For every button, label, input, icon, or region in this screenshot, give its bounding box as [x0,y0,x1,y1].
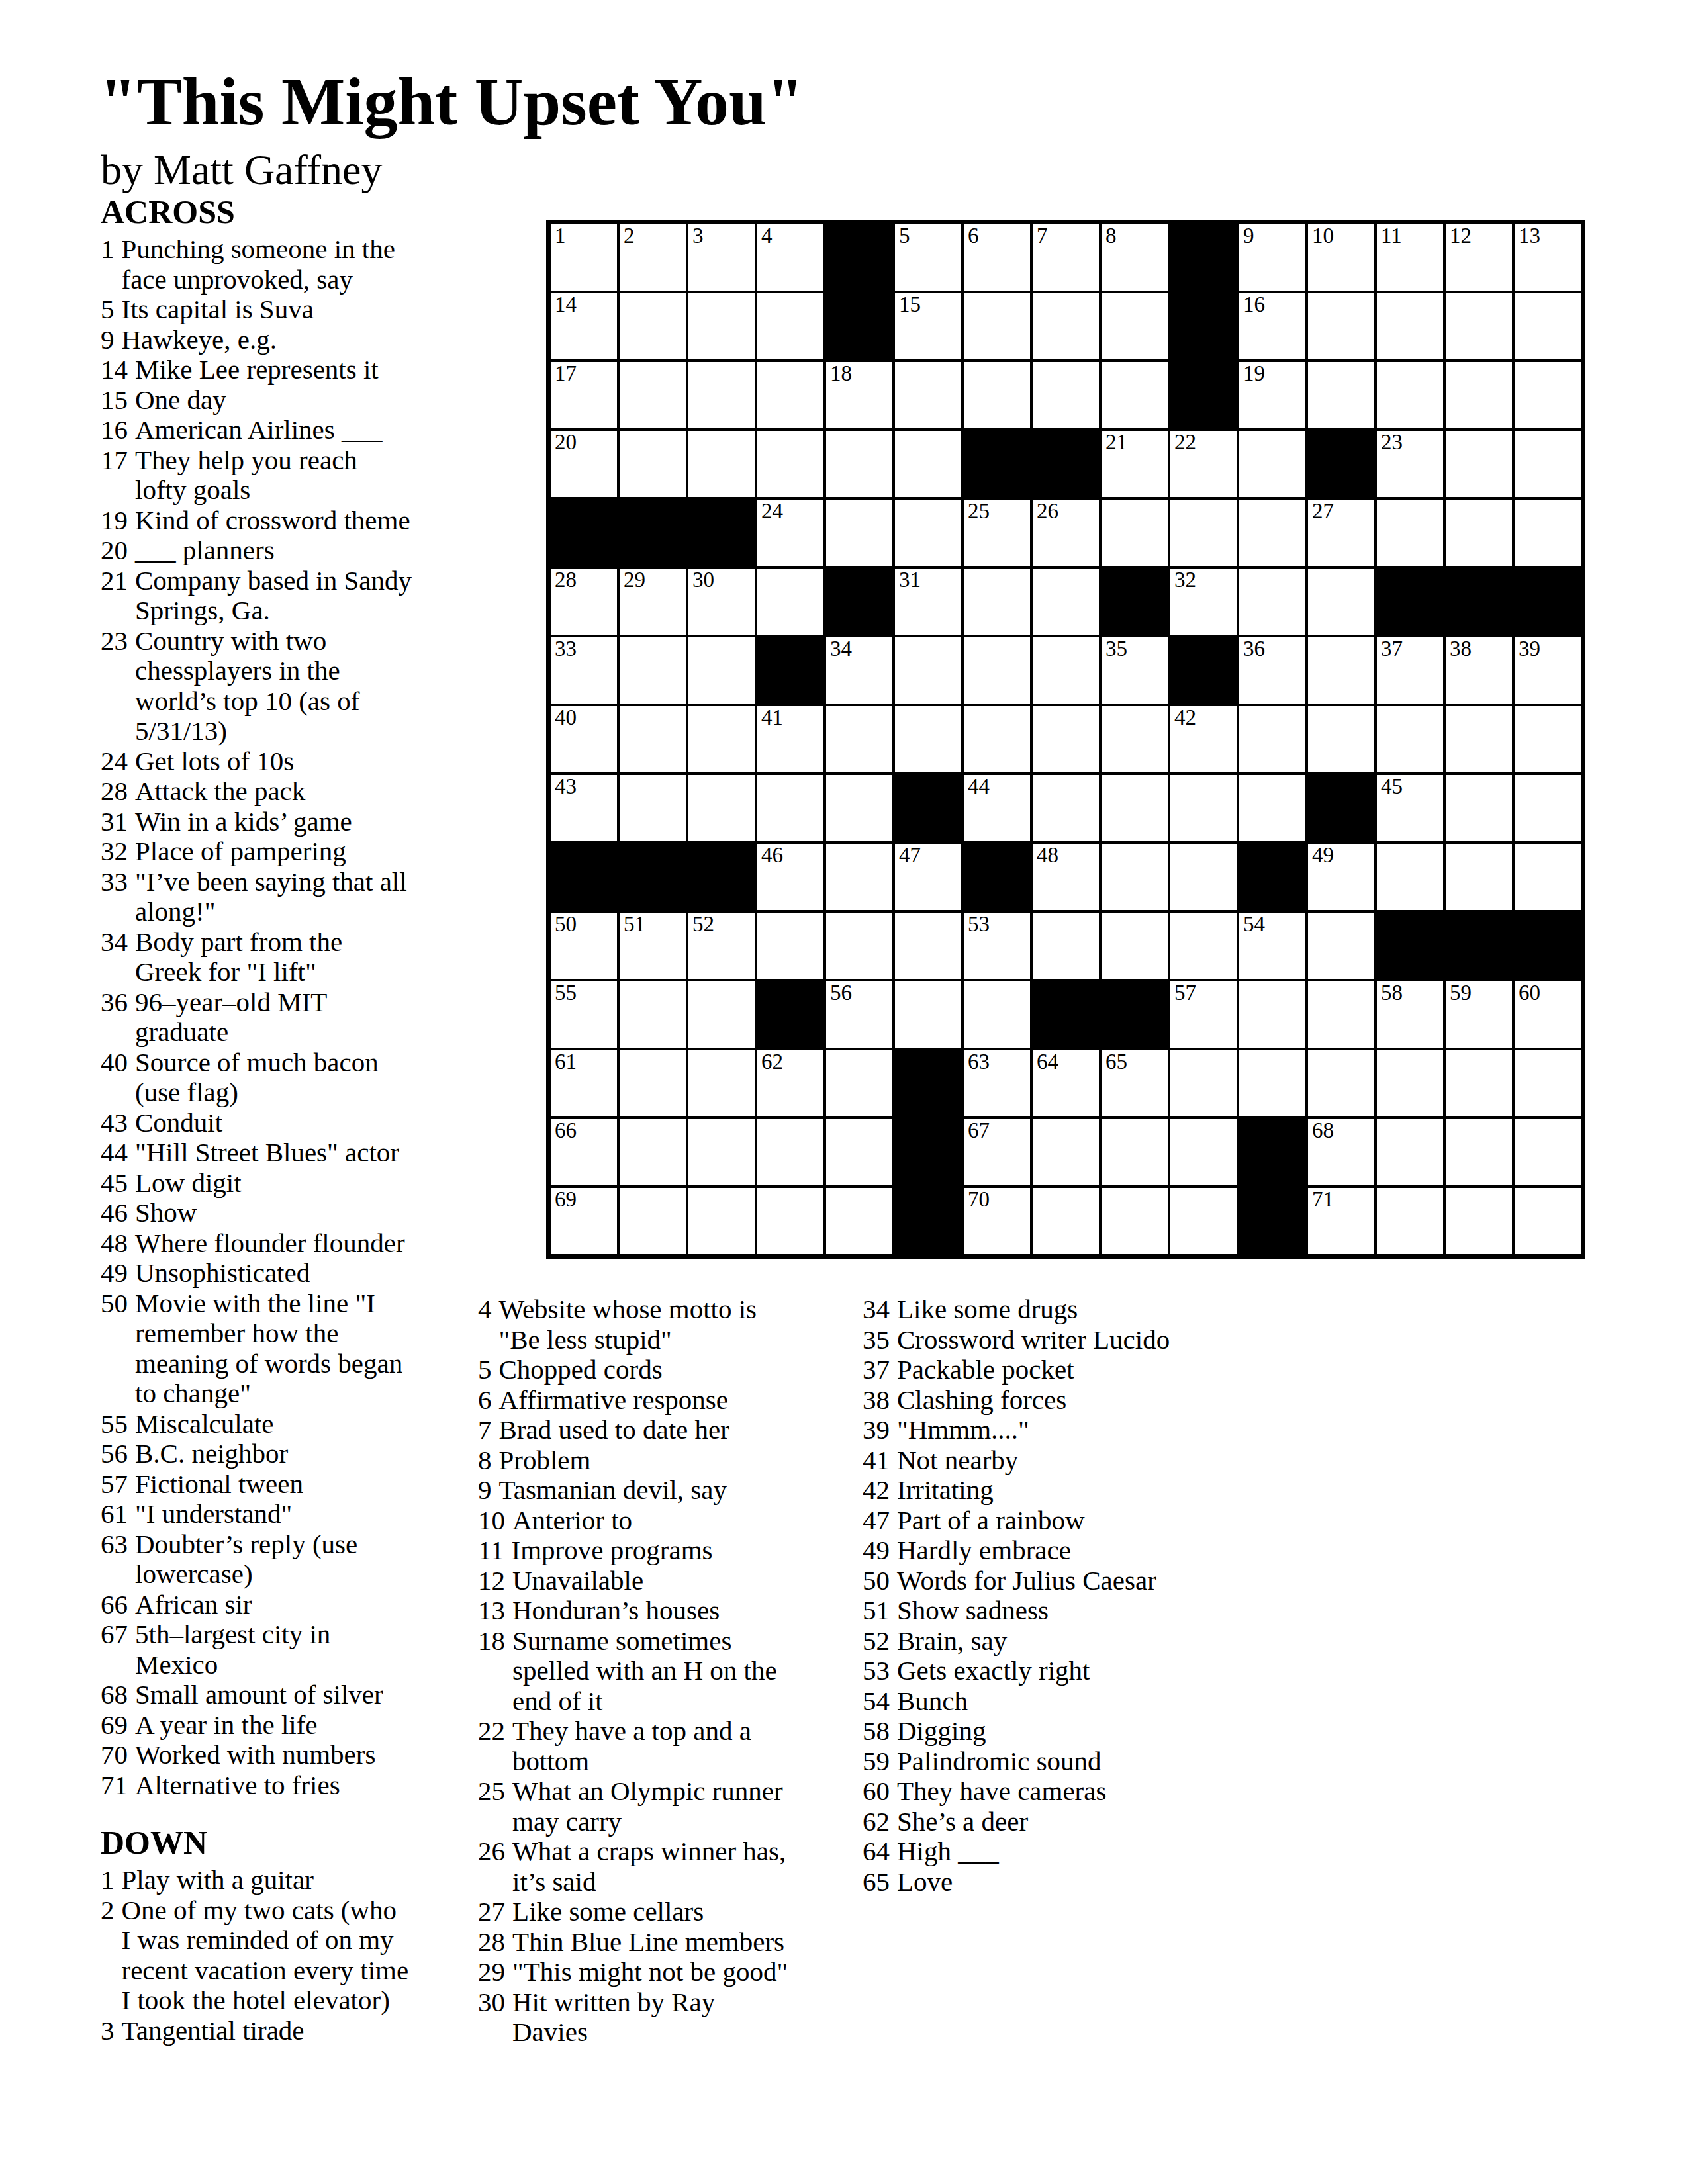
grid-cell-number: 62 [761,1051,783,1073]
grid-cell[interactable] [1377,500,1443,566]
grid-cell[interactable]: 56 [826,981,892,1048]
grid-cell[interactable]: 19 [1239,362,1305,428]
grid-cell[interactable] [1033,362,1099,428]
grid-cell-number: 63 [968,1051,990,1073]
grid-cell[interactable]: 42 [1170,706,1237,772]
grid-cell[interactable] [1102,1188,1168,1254]
grid-cell-number: 4 [761,225,773,247]
grid-cell[interactable] [1033,569,1099,635]
grid-cell[interactable] [620,1188,686,1254]
grid-cell[interactable]: 28 [551,569,617,635]
grid-cell[interactable]: 27 [1308,500,1374,566]
grid-cell[interactable]: 68 [1308,1119,1374,1185]
grid-cell[interactable] [895,706,961,772]
grid-cell[interactable]: 12 [1446,224,1512,291]
grid-cell[interactable] [1308,293,1374,359]
down-clue-number: 5 [478,1355,492,1385]
across-clue: 46Show [101,1198,518,1228]
grid-cell[interactable] [1170,913,1237,979]
grid-cell-number: 38 [1450,638,1472,660]
grid-cell[interactable]: 20 [551,431,617,497]
down-clue-text: They have cameras [897,1776,1106,1807]
grid-cell[interactable] [826,1050,892,1116]
grid-cell[interactable] [1446,775,1512,841]
grid-cell-number: 52 [692,913,714,935]
across-clue-number: 16 [101,415,128,445]
down-clue: 34Like some drugs [863,1295,1280,1325]
down-clue-text: Love [897,1867,953,1897]
grid-cell[interactable] [1170,1050,1237,1116]
grid-cell[interactable] [826,431,892,497]
across-clue-text: "I understand" [135,1499,292,1529]
grid-cell[interactable] [688,431,755,497]
grid-cell[interactable]: 17 [551,362,617,428]
grid-cell[interactable] [1033,913,1099,979]
grid-cell[interactable] [826,706,892,772]
down-clue-number: 54 [863,1686,890,1717]
grid-cell[interactable] [757,913,823,979]
grid-cell[interactable] [688,706,755,772]
grid-cell[interactable]: 57 [1170,981,1237,1048]
grid-cell[interactable]: 15 [895,293,961,359]
grid-cell[interactable] [1308,1050,1374,1116]
grid-cell[interactable]: 53 [964,913,1030,979]
grid-cell-number: 11 [1381,225,1402,247]
across-clue-number: 57 [101,1469,128,1500]
grid-block-cell [688,844,755,910]
grid-cell[interactable] [1170,1119,1237,1185]
across-clue-number: 31 [101,807,128,837]
across-clue: 34Body part from the Greek for "I lift" [101,927,518,987]
grid-cell[interactable] [620,362,686,428]
down-clue: 37Packable pocket [863,1355,1280,1385]
grid-cell[interactable] [1102,844,1168,910]
grid-cell[interactable] [620,431,686,497]
grid-cell[interactable] [1170,1188,1237,1254]
across-clue-text: One day [135,385,226,416]
across-clue: 3696–year–old MIT graduate [101,987,518,1048]
grid-block-cell [1515,569,1581,635]
grid-cell[interactable] [1239,775,1305,841]
grid-cell[interactable] [1033,1188,1099,1254]
grid-cell[interactable]: 40 [551,706,617,772]
across-clue: 50Movie with the line "I remember how th… [101,1289,518,1409]
grid-cell[interactable] [826,1119,892,1185]
down-clue: 5Chopped cords [478,1355,895,1385]
grid-cell[interactable] [620,775,686,841]
grid-cell[interactable]: 45 [1377,775,1443,841]
grid-cell[interactable]: 1 [551,224,617,291]
grid-cell[interactable] [1308,637,1374,704]
grid-cell[interactable] [1446,844,1512,910]
grid-block-cell [964,844,1030,910]
across-clue-number: 36 [101,987,128,1048]
grid-block-cell [1170,224,1237,291]
grid-cell[interactable]: 3 [688,224,755,291]
grid-cell[interactable]: 36 [1239,637,1305,704]
grid-cell-number: 26 [1037,500,1058,522]
down-clue-text: Like some cellars [512,1897,704,1927]
grid-cell-number: 5 [899,225,910,247]
grid-cell[interactable] [1308,913,1374,979]
grid-cell[interactable]: 29 [620,569,686,635]
grid-cell[interactable] [757,293,823,359]
grid-cell[interactable] [964,569,1030,635]
grid-cell[interactable] [688,775,755,841]
grid-cell[interactable] [1377,1188,1443,1254]
grid-cell[interactable] [1033,1119,1099,1185]
grid-cell-number: 24 [761,500,783,522]
grid-cell[interactable] [1515,775,1581,841]
grid-cell[interactable] [688,1050,755,1116]
across-clue-text: Kind of crossword theme [135,506,410,536]
grid-cell[interactable] [688,293,755,359]
grid-cell[interactable] [895,913,961,979]
grid-cell[interactable]: 55 [551,981,617,1048]
grid-cell[interactable] [757,1188,823,1254]
grid-cell[interactable] [826,913,892,979]
across-clue-number: 61 [101,1499,128,1529]
down-clue-text: Part of a rainbow [897,1506,1085,1536]
grid-block-cell [620,500,686,566]
grid-cell[interactable]: 63 [964,1050,1030,1116]
across-clue-number: 48 [101,1228,128,1259]
grid-cell-number: 12 [1450,225,1472,247]
grid-cell[interactable] [1515,844,1581,910]
grid-cell[interactable] [1102,706,1168,772]
grid-cell[interactable]: 2 [620,224,686,291]
grid-cell[interactable] [1446,1188,1512,1254]
across-clue-text: Miscalculate [135,1409,273,1439]
grid-cell[interactable]: 9 [1239,224,1305,291]
grid-cell[interactable]: 13 [1515,224,1581,291]
across-clue-number: 44 [101,1138,128,1168]
grid-cell[interactable]: 23 [1377,431,1443,497]
grid-block-cell [1033,981,1099,1048]
grid-cell-number: 68 [1312,1120,1334,1142]
grid-cell[interactable]: 37 [1377,637,1443,704]
down-clue-text: Gets exactly right [897,1656,1090,1686]
grid-cell[interactable] [826,500,892,566]
across-clue: 1Punching someone in the face unprovoked… [101,234,518,295]
grid-cell[interactable] [620,1050,686,1116]
down-clue: 26What a craps winner has, it’s said [478,1837,895,1897]
grid-block-cell [895,1188,961,1254]
grid-cell[interactable]: 31 [895,569,961,635]
grid-cell[interactable] [1377,362,1443,428]
grid-cell[interactable] [826,775,892,841]
grid-cell[interactable]: 34 [826,637,892,704]
grid-cell-number: 21 [1105,432,1127,453]
grid-cell[interactable]: 61 [551,1050,617,1116]
grid-cell[interactable] [1446,431,1512,497]
across-clue-text: Place of pampering [135,837,346,867]
down-clue-text: Thin Blue Line members [512,1927,784,1958]
grid-cell[interactable]: 44 [964,775,1030,841]
grid-cell[interactable] [1446,1050,1512,1116]
grid-cell[interactable] [688,1119,755,1185]
grid-cell[interactable] [1515,1119,1581,1185]
grid-cell[interactable] [1377,1050,1443,1116]
grid-cell[interactable]: 65 [1102,1050,1168,1116]
grid-cell[interactable] [1033,775,1099,841]
grid-block-cell [1308,431,1374,497]
grid-cell[interactable]: 49 [1308,844,1374,910]
grid-block-cell [826,224,892,291]
grid-cell[interactable] [1239,431,1305,497]
grid-cell[interactable]: 22 [1170,431,1237,497]
grid-cell[interactable]: 52 [688,913,755,979]
grid-cell[interactable] [964,981,1030,1048]
grid-cell[interactable] [1515,362,1581,428]
grid-cell[interactable] [964,637,1030,704]
across-clue: 56B.C. neighbor [101,1439,518,1469]
grid-cell[interactable] [1377,293,1443,359]
down-clue-number: 49 [863,1535,890,1566]
grid-cell[interactable]: 69 [551,1188,617,1254]
grid-cell[interactable]: 46 [757,844,823,910]
grid-cell[interactable] [1515,1050,1581,1116]
grid-cell-number: 67 [968,1120,990,1142]
across-clue: 19Kind of crossword theme [101,506,518,536]
grid-cell[interactable] [1170,500,1237,566]
grid-cell[interactable]: 21 [1102,431,1168,497]
grid-cell[interactable] [895,431,961,497]
grid-cell[interactable] [895,981,961,1048]
grid-cell[interactable]: 10 [1308,224,1374,291]
grid-cell[interactable] [1446,293,1512,359]
grid-cell[interactable] [1239,569,1305,635]
grid-block-cell [1515,913,1581,979]
grid-cell-number: 40 [555,707,577,729]
grid-cell[interactable] [1377,1119,1443,1185]
across-clue: 45Low digit [101,1168,518,1199]
down-clue-number: 10 [478,1506,505,1536]
grid-cell[interactable]: 62 [757,1050,823,1116]
across-clue-text: Punching someone in the face unprovoked,… [122,234,395,295]
grid-cell[interactable] [964,362,1030,428]
down-clue: 29"This might not be good" [478,1957,895,1987]
grid-cell[interactable] [1515,293,1581,359]
grid-cell[interactable] [1033,706,1099,772]
grid-cell[interactable]: 66 [551,1119,617,1185]
grid-cell[interactable] [620,1119,686,1185]
grid-cell[interactable] [1308,981,1374,1048]
across-clue: 55Miscalculate [101,1409,518,1439]
across-clue-number: 66 [101,1590,128,1620]
grid-cell[interactable] [1102,500,1168,566]
grid-cell[interactable] [1308,362,1374,428]
grid-cell[interactable] [1308,706,1374,772]
grid-cell[interactable]: 43 [551,775,617,841]
grid-cell[interactable]: 11 [1377,224,1443,291]
down-clue-number: 29 [478,1957,505,1987]
grid-cell[interactable] [895,637,961,704]
grid-cell[interactable]: 51 [620,913,686,979]
grid-cell[interactable] [757,569,823,635]
down-clue-text: Tasmanian devil, say [499,1475,727,1506]
grid-cell-number: 43 [555,776,577,797]
grid-cell-number: 57 [1174,982,1196,1004]
grid-cell[interactable] [620,637,686,704]
grid-cell[interactable] [1170,844,1237,910]
grid-cell[interactable] [1515,500,1581,566]
down-clue-text: Anterior to [512,1506,632,1536]
grid-cell-number: 37 [1381,638,1403,660]
grid-cell[interactable]: 4 [757,224,823,291]
down-clue-number: 65 [863,1867,890,1897]
across-clue-number: 1 [101,234,115,295]
grid-cell[interactable] [1033,293,1099,359]
across-clue: 63Doubter’s reply (use lowercase) [101,1529,518,1590]
grid-cell[interactable] [620,981,686,1048]
down-clue: 58Digging [863,1716,1280,1747]
grid-cell[interactable]: 48 [1033,844,1099,910]
grid-cell[interactable] [757,775,823,841]
grid-cell[interactable]: 59 [1446,981,1512,1048]
across-clue: 33"I’ve been saying that all along!" [101,867,518,927]
grid-cell-number: 29 [624,569,645,591]
grid-cell[interactable] [895,500,961,566]
grid-cell[interactable]: 26 [1033,500,1099,566]
grid-cell[interactable] [1515,706,1581,772]
grid-cell[interactable]: 64 [1033,1050,1099,1116]
grid-cell[interactable] [688,637,755,704]
grid-cell[interactable]: 24 [757,500,823,566]
grid-cell[interactable] [826,844,892,910]
grid-cell[interactable]: 33 [551,637,617,704]
grid-cell-number: 48 [1037,844,1058,866]
across-clue-text: Win in a kids’ game [135,807,352,837]
grid-cell-number: 13 [1519,225,1540,247]
grid-cell[interactable] [826,1188,892,1254]
grid-cell[interactable]: 25 [964,500,1030,566]
grid-cell-number: 44 [968,776,990,797]
grid-cell[interactable] [1446,706,1512,772]
down-clue-text: Bunch [897,1686,968,1717]
down-clue-text: Clashing forces [897,1385,1066,1416]
down-clue-number: 35 [863,1325,890,1355]
down-clue-text: "Hmmm...." [897,1415,1029,1445]
grid-cell[interactable] [1377,706,1443,772]
grid-cell[interactable] [1515,431,1581,497]
grid-cell[interactable] [1239,981,1305,1048]
down-clue: 47Part of a rainbow [863,1506,1280,1536]
grid-cell[interactable]: 50 [551,913,617,979]
grid-cell[interactable] [1239,1050,1305,1116]
grid-cell-number: 71 [1312,1189,1334,1210]
grid-cell[interactable] [620,293,686,359]
grid-cell[interactable] [1377,844,1443,910]
down-clue-number: 58 [863,1716,890,1747]
across-clue-number: 69 [101,1710,128,1741]
grid-cell[interactable] [1102,913,1168,979]
down-clue-text: Show sadness [897,1596,1049,1626]
grid-cell[interactable]: 30 [688,569,755,635]
grid-cell[interactable]: 38 [1446,637,1512,704]
down-clue: 49Hardly embrace [863,1535,1280,1566]
grid-cell[interactable] [1446,1119,1512,1185]
grid-cell[interactable]: 16 [1239,293,1305,359]
down-clue: 41Not nearby [863,1445,1280,1476]
grid-cell[interactable] [1446,500,1512,566]
down-clue-text: Like some drugs [897,1295,1078,1325]
down-clue: 39"Hmmm...." [863,1415,1280,1445]
grid-cell[interactable]: 47 [895,844,961,910]
grid-cell[interactable]: 39 [1515,637,1581,704]
grid-cell[interactable] [1102,775,1168,841]
grid-cell[interactable] [1515,1188,1581,1254]
grid-cell[interactable] [757,431,823,497]
down-clue-number: 59 [863,1747,890,1777]
grid-cell-number: 60 [1519,982,1540,1004]
grid-cell[interactable]: 6 [964,224,1030,291]
grid-cell[interactable] [757,362,823,428]
grid-cell[interactable] [1102,362,1168,428]
down-clue-number: 6 [478,1385,492,1416]
grid-cell[interactable]: 71 [1308,1188,1374,1254]
grid-cell-number: 3 [692,225,704,247]
grid-cell[interactable] [1446,362,1512,428]
grid-cell[interactable] [1102,1119,1168,1185]
grid-cell[interactable] [688,1188,755,1254]
grid-cell[interactable] [895,362,961,428]
grid-cell[interactable] [964,706,1030,772]
down-clue-number: 3 [101,2016,115,2046]
grid-cell[interactable]: 58 [1377,981,1443,1048]
grid-cell-number: 17 [555,363,577,385]
grid-cell[interactable]: 7 [1033,224,1099,291]
grid-cell[interactable] [620,706,686,772]
down-clue: 38Clashing forces [863,1385,1280,1416]
grid-block-cell [1377,913,1443,979]
grid-cell[interactable] [688,362,755,428]
across-clue: 24Get lots of 10s [101,747,518,777]
grid-cell[interactable] [757,1119,823,1185]
grid-cell-number: 47 [899,844,921,866]
grid-cell[interactable]: 67 [964,1119,1030,1185]
grid-cell[interactable]: 35 [1102,637,1168,704]
down-clue: 27Like some cellars [478,1897,895,1927]
across-clue: 23Country with two chessplayers in the w… [101,626,518,747]
down-clue: 10Anterior to [478,1506,895,1536]
grid-cell[interactable]: 18 [826,362,892,428]
grid-cell[interactable] [1170,775,1237,841]
grid-cell-number: 9 [1243,225,1254,247]
across-clue: 61"I understand" [101,1499,518,1529]
grid-cell-number: 53 [968,913,990,935]
down-clue-text: One of my two cats (who I was reminded o… [122,1895,409,2016]
grid-block-cell [1239,1188,1305,1254]
grid-cell[interactable] [1033,637,1099,704]
grid-cell[interactable]: 14 [551,293,617,359]
grid-cell[interactable]: 41 [757,706,823,772]
grid-cell[interactable] [1102,293,1168,359]
grid-cell[interactable]: 70 [964,1188,1030,1254]
grid-cell[interactable]: 5 [895,224,961,291]
grid-cell[interactable] [688,981,755,1048]
grid-cell[interactable]: 8 [1102,224,1168,291]
grid-cell[interactable] [1308,569,1374,635]
grid-cell[interactable] [964,293,1030,359]
grid-cell-number: 46 [761,844,783,866]
grid-cell[interactable]: 32 [1170,569,1237,635]
grid-cell[interactable]: 60 [1515,981,1581,1048]
across-clue-number: 19 [101,506,128,536]
grid-cell[interactable] [1239,706,1305,772]
grid-cell[interactable] [1239,500,1305,566]
grid-cell[interactable]: 54 [1239,913,1305,979]
